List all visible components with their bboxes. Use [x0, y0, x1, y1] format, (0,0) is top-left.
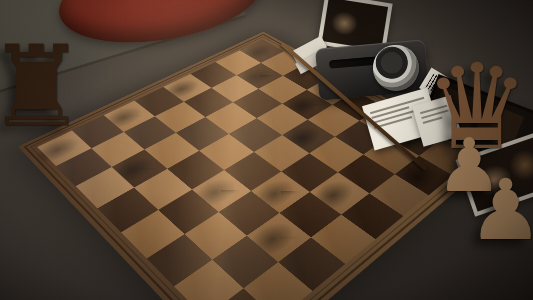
- captured-white-pawn[interactable]: ♟: [468, 168, 533, 252]
- camera-lens-icon: [371, 43, 421, 93]
- white-pawn-b2[interactable]: ♟: [240, 35, 280, 79]
- square-d1[interactable]: ♚: [163, 74, 211, 102]
- chess-scene: ♝♟♚♞♟♝♟♞♞♟♛♚♝♜ ♜♛♟♟: [0, 0, 533, 300]
- white-pawn-f5[interactable]: ♟: [196, 140, 246, 196]
- white-king-d1[interactable]: ♚: [151, 11, 223, 91]
- white-knight-g3[interactable]: ♞: [110, 107, 169, 173]
- captured-black-rook[interactable]: ♜: [0, 30, 86, 142]
- square-d7[interactable]: ♚: [309, 173, 368, 215]
- black-knight-f7[interactable]: ♞: [245, 168, 312, 242]
